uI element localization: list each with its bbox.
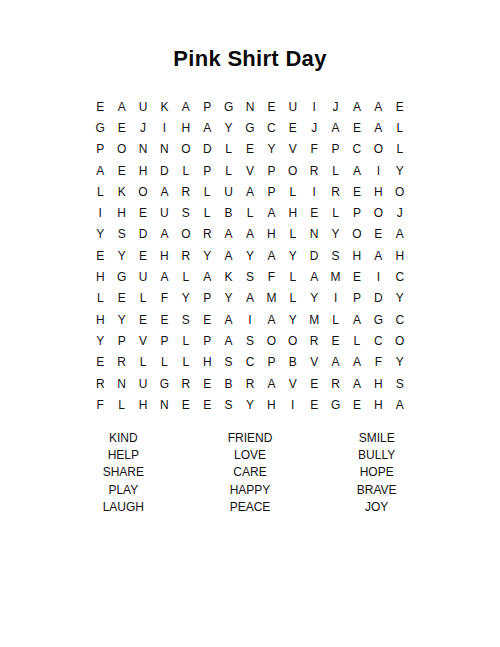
grid-cell: E [90,352,111,373]
grid-cell: L [132,288,153,309]
grid-cell: E [261,96,282,117]
grid-cell: L [282,181,303,202]
grid-cell: H [175,117,196,138]
grid-cell: E [132,245,153,266]
grid-cell: E [111,160,132,181]
grid-cell: E [346,117,367,138]
grid-cell: A [154,181,175,202]
grid-cell: S [389,373,410,394]
grid-cell: C [368,330,389,351]
grid-cell: O [282,160,303,181]
grid-cell: L [389,117,410,138]
grid-cell: U [218,181,239,202]
grid-cell: Y [239,245,260,266]
worksheet-page: Pink Shirt Day EAUKAPGNEUIJAAEGEJIHAYGCE… [0,0,500,647]
grid-cell: H [197,352,218,373]
grid-cell: L [282,266,303,287]
grid-cell: E [132,309,153,330]
grid-cell: J [303,117,324,138]
grid-cell: Y [389,352,410,373]
grid-cell: A [368,96,389,117]
grid-cell: C [239,352,260,373]
word-list-item: PLAY [60,481,187,498]
grid-cell: C [389,266,410,287]
grid-cell: H [261,394,282,415]
grid-cell: F [261,266,282,287]
grid-cell: I [90,202,111,223]
grid-cell: A [346,373,367,394]
grid-cell: V [282,139,303,160]
grid-cell: E [175,394,196,415]
puzzle-title: Pink Shirt Day [0,46,500,72]
grid-cell: H [90,266,111,287]
grid-cell: F [90,394,111,415]
grid-cell: A [239,181,260,202]
grid-cell: E [197,309,218,330]
grid-cell: P [197,288,218,309]
grid-cell: N [154,394,175,415]
grid-cell: E [90,245,111,266]
grid-cell: G [368,309,389,330]
grid-cell: B [218,373,239,394]
grid-cell: A [261,373,282,394]
grid-cell: P [154,330,175,351]
grid-cell: L [325,309,346,330]
grid-cell: G [111,266,132,287]
grid-cell: O [368,202,389,223]
grid-cell: P [90,139,111,160]
grid-cell: U [132,96,153,117]
word-list-item: HELP [60,446,187,463]
word-list-item: HOPE [313,464,440,481]
grid-cell: A [175,96,196,117]
grid-cell: O [389,330,410,351]
grid-cell: O [282,330,303,351]
grid-cell: Y [90,330,111,351]
grid-cell: Y [325,224,346,245]
grid-cell: L [325,160,346,181]
grid-cell: N [239,96,260,117]
grid-cell: H [282,202,303,223]
grid-cell: I [368,160,389,181]
grid-cell: V [132,330,153,351]
grid-cell: A [154,266,175,287]
grid-cell: U [132,266,153,287]
grid-cell: A [346,160,367,181]
grid-cell: H [389,245,410,266]
grid-cell: R [325,181,346,202]
grid-cell: Y [389,288,410,309]
grid-cell: K [154,96,175,117]
grid-cell: L [175,352,196,373]
grid-cell: S [239,266,260,287]
grid-cell: H [132,394,153,415]
grid-cell: S [175,202,196,223]
grid-cell: E [197,394,218,415]
grid-cell: M [325,266,346,287]
grid-cell: Y [282,245,303,266]
grid-cell: R [90,373,111,394]
grid-cell: A [239,224,260,245]
grid-cell: L [90,288,111,309]
grid-cell: N [303,224,324,245]
grid-cell: L [325,202,346,223]
grid-cell: A [218,309,239,330]
grid-cell: Y [218,288,239,309]
grid-cell: K [111,181,132,202]
grid-cell: A [389,394,410,415]
grid-cell: U [132,373,153,394]
grid-cell: E [303,202,324,223]
grid-cell: O [346,224,367,245]
word-list-item: KIND [60,429,187,446]
grid-cell: V [239,160,260,181]
grid-cell: S [325,245,346,266]
grid-cell: A [368,245,389,266]
grid-cell: E [389,96,410,117]
grid-cell: L [282,224,303,245]
grid-cell: R [175,181,196,202]
grid-cell: P [346,202,367,223]
grid-cell: I [154,117,175,138]
grid-cell: E [111,117,132,138]
grid-cell: P [197,96,218,117]
grid-cell: I [239,309,260,330]
word-list: KINDHELPSHAREPLAYLAUGHFRIENDLOVECAREHAPP… [60,429,440,515]
grid-cell: O [111,139,132,160]
grid-cell: R [175,245,196,266]
grid-cell: L [218,139,239,160]
grid-cell: A [154,224,175,245]
grid-cell: O [368,139,389,160]
grid-cell: L [132,352,153,373]
grid-cell: Y [239,394,260,415]
grid-cell: G [218,96,239,117]
grid-cell: L [346,330,367,351]
grid-cell: A [261,309,282,330]
grid-cell: O [132,181,153,202]
grid-cell: H [368,394,389,415]
grid-cell: I [303,96,324,117]
grid-cell: G [90,117,111,138]
grid-cell: A [389,224,410,245]
word-list-item: LOVE [187,446,314,463]
grid-cell: E [303,373,324,394]
grid-cell: P [261,160,282,181]
grid-cell: D [303,245,324,266]
word-list-item: CARE [187,464,314,481]
grid-cell: Y [282,309,303,330]
word-list-item: HAPPY [187,481,314,498]
grid-cell: D [368,288,389,309]
grid-cell: A [239,288,260,309]
grid-cell: V [282,373,303,394]
grid-cell: M [261,288,282,309]
word-list-item: BULLY [313,446,440,463]
grid-cell: H [132,160,153,181]
grid-cell: E [346,266,367,287]
grid-cell: R [325,373,346,394]
grid-cell: N [111,373,132,394]
grid-cell: A [218,330,239,351]
grid-cell: A [197,266,218,287]
grid-cell: E [346,394,367,415]
word-search-grid: EAUKAPGNEUIJAAEGEJIHAYGCEJAEALPONNODLEYV… [90,96,411,415]
grid-cell: G [154,373,175,394]
grid-cell: Y [197,245,218,266]
grid-cell: D [132,224,153,245]
grid-cell: L [175,330,196,351]
grid-cell: E [346,181,367,202]
grid-cell: Y [261,139,282,160]
grid-cell: C [261,117,282,138]
grid-cell: A [346,309,367,330]
grid-cell: L [154,352,175,373]
grid-cell: N [154,139,175,160]
grid-cell: E [154,309,175,330]
grid-cell: H [368,373,389,394]
grid-cell: I [282,394,303,415]
grid-cell: I [303,181,324,202]
grid-cell: A [90,160,111,181]
grid-cell: R [239,373,260,394]
grid-cell: S [218,394,239,415]
grid-cell: D [197,139,218,160]
grid-cell: E [282,117,303,138]
word-list-item: PEACE [187,498,314,515]
grid-cell: I [325,288,346,309]
grid-cell: V [303,352,324,373]
grid-cell: M [303,309,324,330]
grid-cell: P [325,139,346,160]
grid-cell: Y [90,224,111,245]
word-list-item: BRAVE [313,481,440,498]
grid-cell: A [197,117,218,138]
grid-cell: H [90,309,111,330]
grid-cell: I [368,266,389,287]
grid-cell: O [175,139,196,160]
grid-cell: F [154,288,175,309]
grid-cell: A [261,245,282,266]
grid-cell: L [282,288,303,309]
grid-cell: F [368,352,389,373]
grid-cell: O [389,181,410,202]
grid-cell: L [218,160,239,181]
grid-cell: L [197,181,218,202]
grid-cell: U [154,202,175,223]
grid-cell: Y [218,117,239,138]
grid-cell: C [346,139,367,160]
grid-cell: A [218,224,239,245]
grid-cell: N [132,139,153,160]
grid-cell: L [175,160,196,181]
grid-cell: B [282,352,303,373]
grid-cell: D [154,160,175,181]
grid-cell: J [389,202,410,223]
grid-cell: A [303,266,324,287]
grid-cell: L [175,266,196,287]
grid-cell: P [346,288,367,309]
grid-cell: L [111,394,132,415]
grid-cell: F [303,139,324,160]
grid-cell: A [218,245,239,266]
grid-cell: S [111,224,132,245]
grid-cell: R [303,160,324,181]
grid-cell: E [368,224,389,245]
grid-cell: S [218,352,239,373]
grid-cell: E [325,330,346,351]
grid-cell: S [239,330,260,351]
word-list-item: SMILE [313,429,440,446]
grid-cell: P [111,330,132,351]
grid-cell: H [111,202,132,223]
grid-cell: J [325,96,346,117]
grid-cell: P [261,181,282,202]
grid-cell: C [389,309,410,330]
grid-cell: E [239,139,260,160]
grid-cell: U [282,96,303,117]
grid-cell: L [239,202,260,223]
grid-cell: P [261,352,282,373]
grid-cell: E [197,373,218,394]
grid-cell: R [111,352,132,373]
grid-cell: Y [111,245,132,266]
grid-cell: K [218,266,239,287]
grid-cell: R [303,330,324,351]
grid-cell: S [175,309,196,330]
grid-cell: Y [389,160,410,181]
grid-cell: R [175,373,196,394]
grid-cell: L [197,202,218,223]
grid-cell: H [368,181,389,202]
grid-cell: E [111,288,132,309]
grid-cell: O [261,330,282,351]
word-list-item: FRIEND [187,429,314,446]
grid-cell: Y [111,309,132,330]
grid-cell: H [261,224,282,245]
grid-cell: A [325,352,346,373]
grid-cell: E [132,202,153,223]
grid-cell: E [90,96,111,117]
grid-cell: Y [175,288,196,309]
grid-cell: G [325,394,346,415]
grid-cell: B [218,202,239,223]
grid-cell: P [197,330,218,351]
grid-cell: G [239,117,260,138]
word-list-item: SHARE [60,464,187,481]
grid-cell: A [368,117,389,138]
grid-cell: Y [303,288,324,309]
grid-cell: A [346,96,367,117]
grid-cell: A [111,96,132,117]
grid-cell: R [197,224,218,245]
word-list-item: JOY [313,498,440,515]
grid-cell: A [346,352,367,373]
grid-cell: O [175,224,196,245]
grid-cell: A [261,202,282,223]
grid-cell: P [197,160,218,181]
grid-cell: H [154,245,175,266]
grid-cell: J [132,117,153,138]
grid-cell: A [325,117,346,138]
grid-cell: H [346,245,367,266]
grid-cell: L [389,139,410,160]
grid-cell: L [90,181,111,202]
grid-cell: E [303,394,324,415]
word-list-item: LAUGH [60,498,187,515]
